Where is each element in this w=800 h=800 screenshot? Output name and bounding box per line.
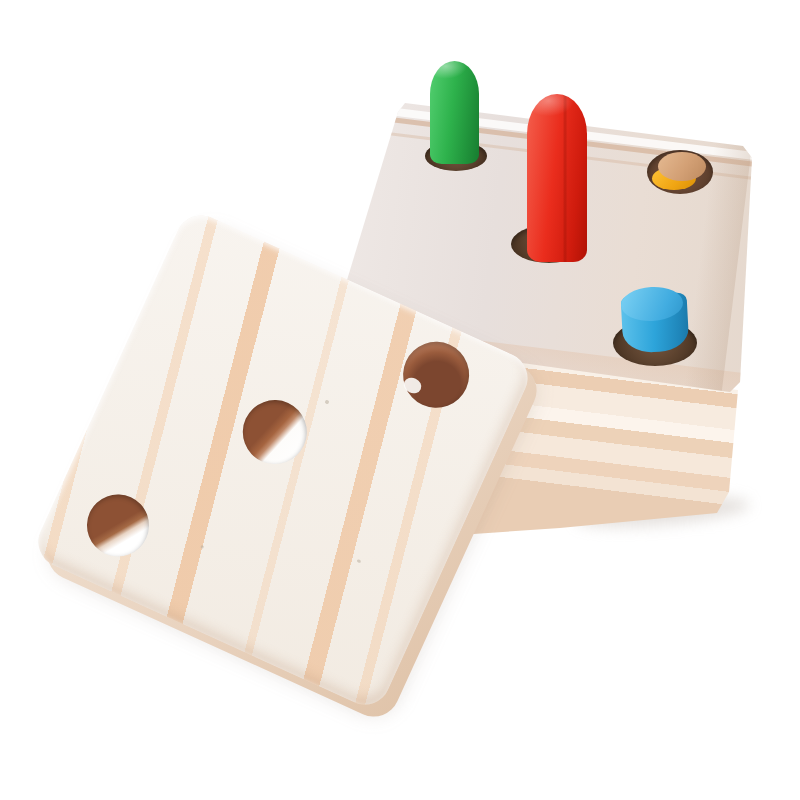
peg-red[interactable] xyxy=(527,94,587,262)
wood-knot xyxy=(200,545,204,549)
lid-hole-bottom-left xyxy=(77,484,159,566)
wood-knot xyxy=(324,399,329,404)
peg-toy-photo: оксва xyxy=(0,0,800,800)
lid-hole-top-right xyxy=(392,331,479,418)
peg-green[interactable] xyxy=(430,61,479,164)
lid-hole-center xyxy=(232,390,317,475)
wood-knot xyxy=(356,559,361,563)
peg-hole-top-right xyxy=(647,150,713,194)
peg-yellow-wood-cap xyxy=(658,152,706,181)
hole-light-sliver xyxy=(401,375,424,396)
